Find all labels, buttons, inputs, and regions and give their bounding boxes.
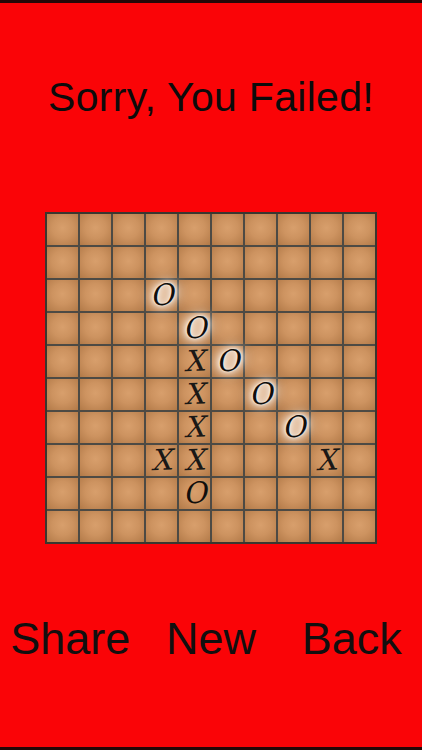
board-cell-r2c2[interactable] [113, 280, 144, 311]
board-cell-r1c5[interactable] [212, 247, 243, 278]
board-cell-r2c4[interactable] [179, 280, 210, 311]
o-piece: O [181, 313, 207, 344]
board-cell-r4c9[interactable] [344, 346, 375, 377]
board-cell-r9c4[interactable] [179, 511, 210, 542]
board-cell-r6c2[interactable] [113, 412, 144, 443]
board-cell-r3c6[interactable] [245, 313, 276, 344]
board-cell-r7c5[interactable] [212, 445, 243, 476]
game-board: OOXOXOXOXXXO [45, 212, 377, 544]
button-bar: Share New Back [0, 613, 422, 665]
board-cell-r8c1[interactable] [80, 478, 111, 509]
board-cell-r0c6[interactable] [245, 214, 276, 245]
app-screen: Sorry, You Failed! OOXOXOXOXXXO Share Ne… [0, 0, 422, 750]
board-cell-r7c0[interactable] [47, 445, 78, 476]
board-cell-r3c9[interactable] [344, 313, 375, 344]
o-piece: O [280, 412, 306, 443]
board-cell-r2c3[interactable]: O [146, 280, 177, 311]
board-cell-r1c3[interactable] [146, 247, 177, 278]
board-cell-r8c4[interactable]: O [179, 478, 210, 509]
board-cell-r3c5[interactable] [212, 313, 243, 344]
o-piece: O [181, 478, 207, 509]
board-cell-r9c0[interactable] [47, 511, 78, 542]
board-cell-r7c2[interactable] [113, 445, 144, 476]
board-cell-r1c1[interactable] [80, 247, 111, 278]
board-cell-r8c9[interactable] [344, 478, 375, 509]
board-cell-r9c7[interactable] [278, 511, 309, 542]
board-cell-r0c4[interactable] [179, 214, 210, 245]
board-cell-r3c8[interactable] [311, 313, 342, 344]
board-cell-r5c8[interactable] [311, 379, 342, 410]
board-cell-r7c4[interactable]: X [179, 445, 210, 476]
board-cell-r3c4[interactable]: O [179, 313, 210, 344]
result-title: Sorry, You Failed! [0, 73, 422, 122]
board-cell-r3c0[interactable] [47, 313, 78, 344]
back-button[interactable]: Back [281, 613, 422, 665]
board-cell-r0c7[interactable] [278, 214, 309, 245]
board-cell-r4c2[interactable] [113, 346, 144, 377]
x-piece: X [151, 446, 173, 476]
board-cell-r8c3[interactable] [146, 478, 177, 509]
board-cell-r6c5[interactable] [212, 412, 243, 443]
board-cell-r5c4[interactable]: X [179, 379, 210, 410]
board-cell-r0c3[interactable] [146, 214, 177, 245]
share-button[interactable]: Share [0, 613, 141, 665]
board-cell-r0c1[interactable] [80, 214, 111, 245]
board-cell-r4c8[interactable] [311, 346, 342, 377]
board-cell-r4c7[interactable] [278, 346, 309, 377]
board-cell-r6c9[interactable] [344, 412, 375, 443]
board-cell-r4c5[interactable]: O [212, 346, 243, 377]
board-cell-r7c1[interactable] [80, 445, 111, 476]
board-cell-r1c2[interactable] [113, 247, 144, 278]
board-cell-r8c8[interactable] [311, 478, 342, 509]
board-cell-r9c5[interactable] [212, 511, 243, 542]
board-cell-r4c1[interactable] [80, 346, 111, 377]
board-cell-r7c3[interactable]: X [146, 445, 177, 476]
board-cell-r1c6[interactable] [245, 247, 276, 278]
board-cell-r9c6[interactable] [245, 511, 276, 542]
board-cell-r5c0[interactable] [47, 379, 78, 410]
board-cell-r6c3[interactable] [146, 412, 177, 443]
board-cell-r5c3[interactable] [146, 379, 177, 410]
board-cell-r2c6[interactable] [245, 280, 276, 311]
board-cell-r7c9[interactable] [344, 445, 375, 476]
board-cell-r5c7[interactable] [278, 379, 309, 410]
board-cell-r2c9[interactable] [344, 280, 375, 311]
board-cell-r9c1[interactable] [80, 511, 111, 542]
x-piece: X [184, 347, 206, 377]
board-cell-r0c9[interactable] [344, 214, 375, 245]
board-cell-r6c4[interactable]: X [179, 412, 210, 443]
board-cell-r1c4[interactable] [179, 247, 210, 278]
board-cell-r9c9[interactable] [344, 511, 375, 542]
board-cell-r7c7[interactable] [278, 445, 309, 476]
board-cell-r8c0[interactable] [47, 478, 78, 509]
board-cell-r8c2[interactable] [113, 478, 144, 509]
o-piece: O [214, 346, 240, 377]
board-cell-r5c2[interactable] [113, 379, 144, 410]
board-cell-r4c0[interactable] [47, 346, 78, 377]
board-cell-r8c6[interactable] [245, 478, 276, 509]
board-cell-r4c3[interactable] [146, 346, 177, 377]
board-cell-r0c8[interactable] [311, 214, 342, 245]
x-piece: X [184, 413, 206, 443]
o-piece: O [247, 379, 273, 410]
board-cell-r2c7[interactable] [278, 280, 309, 311]
o-piece: O [148, 280, 174, 311]
board-cell-r5c6[interactable]: O [245, 379, 276, 410]
board-cell-r0c0[interactable] [47, 214, 78, 245]
board-cell-r7c6[interactable] [245, 445, 276, 476]
x-piece: X [316, 446, 338, 476]
board-cell-r7c8[interactable]: X [311, 445, 342, 476]
board-cell-r6c8[interactable] [311, 412, 342, 443]
board-cell-r2c0[interactable] [47, 280, 78, 311]
board-cell-r6c6[interactable] [245, 412, 276, 443]
board-cell-r8c7[interactable] [278, 478, 309, 509]
board-cell-r6c0[interactable] [47, 412, 78, 443]
board-cell-r1c7[interactable] [278, 247, 309, 278]
board-cell-r6c7[interactable]: O [278, 412, 309, 443]
board-cell-r2c5[interactable] [212, 280, 243, 311]
board-cell-r5c9[interactable] [344, 379, 375, 410]
x-piece: X [184, 380, 206, 410]
board-cell-r5c5[interactable] [212, 379, 243, 410]
board-cell-r4c4[interactable]: X [179, 346, 210, 377]
x-piece: X [184, 446, 206, 476]
board-cell-r9c3[interactable] [146, 511, 177, 542]
board-cell-r8c5[interactable] [212, 478, 243, 509]
board-cell-r6c1[interactable] [80, 412, 111, 443]
board-cell-r0c2[interactable] [113, 214, 144, 245]
board-cell-r3c1[interactable] [80, 313, 111, 344]
board-cell-r9c2[interactable] [113, 511, 144, 542]
board-cell-r1c9[interactable] [344, 247, 375, 278]
board-cell-r4c6[interactable] [245, 346, 276, 377]
board-cell-r5c1[interactable] [80, 379, 111, 410]
board-cell-r9c8[interactable] [311, 511, 342, 542]
board-cell-r2c1[interactable] [80, 280, 111, 311]
board-cell-r3c3[interactable] [146, 313, 177, 344]
board-cell-r1c0[interactable] [47, 247, 78, 278]
board-cell-r2c8[interactable] [311, 280, 342, 311]
board-cell-r3c2[interactable] [113, 313, 144, 344]
board-cell-r0c5[interactable] [212, 214, 243, 245]
board-cell-r1c8[interactable] [311, 247, 342, 278]
board-cell-r3c7[interactable] [278, 313, 309, 344]
new-button[interactable]: New [141, 613, 282, 665]
